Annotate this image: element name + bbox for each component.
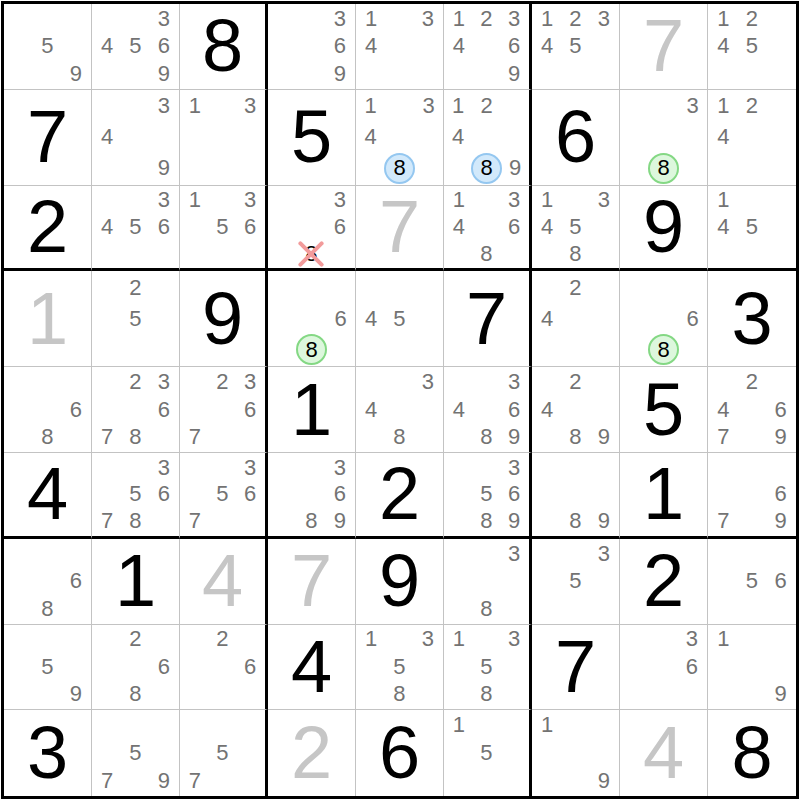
empty-candidate-slot <box>93 272 121 303</box>
candidate-5: 5 <box>473 653 501 681</box>
cell-r8c5[interactable]: 1358 <box>356 625 444 711</box>
cell-r2c9[interactable]: 124 <box>708 90 796 186</box>
cell-r9c8[interactable]: 4 <box>620 710 708 796</box>
candidate-grid: 3689 <box>268 453 355 536</box>
cell-r3c1[interactable]: 2 <box>4 186 92 272</box>
empty-candidate-slot <box>62 626 90 654</box>
candidate-1: 1 <box>445 5 473 33</box>
cell-r6c8[interactable]: 1 <box>620 453 708 539</box>
empty-candidate-slot <box>414 303 442 334</box>
cell-r2c7[interactable]: 6 <box>532 90 620 186</box>
empty-candidate-slot <box>385 272 413 303</box>
empty-candidate-slot <box>738 241 767 268</box>
cell-r4c1[interactable]: 1 <box>4 271 92 367</box>
cell-r7c3[interactable]: 4 <box>180 539 268 625</box>
empty-candidate-slot <box>5 396 33 424</box>
empty-candidate-slot <box>121 122 149 153</box>
empty-candidate-slot <box>209 122 237 153</box>
cell-r3c3[interactable]: 1356 <box>180 186 268 272</box>
empty-candidate-slot <box>445 540 473 568</box>
cell-r2c5[interactable]: 1348 <box>356 90 444 186</box>
empty-candidate-slot <box>415 122 442 153</box>
candidate-3: 3 <box>500 5 528 33</box>
empty-candidate-slot <box>473 214 501 241</box>
empty-candidate-slot <box>5 595 33 623</box>
candidate-9: 9 <box>326 508 354 535</box>
candidate-3: 3 <box>590 187 618 214</box>
empty-candidate-slot <box>93 739 121 767</box>
empty-candidate-slot <box>445 424 473 452</box>
empty-candidate-slot <box>236 153 264 184</box>
cell-r5c5[interactable]: 348 <box>356 367 444 453</box>
empty-candidate-slot <box>269 272 296 303</box>
cell-r4c9[interactable]: 3 <box>708 271 796 367</box>
candidate-3: 3 <box>326 187 354 214</box>
empty-candidate-slot <box>93 91 121 122</box>
candidate-5: 5 <box>121 739 149 767</box>
cell-r5c2[interactable]: 23678 <box>92 367 180 453</box>
candidate-3: 3 <box>678 626 706 654</box>
cell-r4c7[interactable]: 24 <box>532 271 620 367</box>
cell-r8c9[interactable]: 19 <box>708 625 796 711</box>
empty-candidate-slot <box>533 508 561 535</box>
empty-candidate-slot <box>209 711 237 739</box>
empty-candidate-slot <box>561 767 589 795</box>
empty-candidate-slot <box>357 424 385 452</box>
candidate-8: 8 <box>121 508 149 535</box>
solved-digit: 5 <box>643 373 684 447</box>
candidate-8: 8 <box>561 424 589 452</box>
candidate-8: 8 <box>561 241 589 268</box>
empty-candidate-slot <box>709 681 738 709</box>
empty-candidate-slot <box>445 481 473 508</box>
empty-candidate-slot <box>269 33 297 61</box>
cell-r9c7[interactable]: 19 <box>532 710 620 796</box>
candidate-8: 8 <box>121 681 149 709</box>
candidate-6: 6 <box>236 214 264 241</box>
candidate-3: 3 <box>150 187 178 214</box>
empty-candidate-slot <box>500 567 528 595</box>
empty-candidate-slot <box>590 214 618 241</box>
solved-digit-gray: 1 <box>27 282 68 356</box>
candidate-3: 3 <box>414 5 442 33</box>
cell-r9c2[interactable]: 579 <box>92 710 180 796</box>
empty-candidate-slot <box>181 653 209 681</box>
cell-r7c6[interactable]: 38 <box>444 539 532 625</box>
empty-candidate-slot <box>590 454 618 481</box>
empty-candidate-slot <box>471 122 502 153</box>
candidate-grid: 12489 <box>444 90 529 185</box>
empty-candidate-slot <box>357 681 385 709</box>
candidate-1: 1 <box>709 5 738 33</box>
empty-candidate-slot <box>766 454 795 481</box>
cell-r5c1[interactable]: 68 <box>4 367 92 453</box>
empty-candidate-slot <box>561 540 589 568</box>
empty-candidate-slot <box>561 454 589 481</box>
cell-r8c8[interactable]: 36 <box>620 625 708 711</box>
candidate-3: 3 <box>150 368 178 396</box>
cell-r4c3[interactable]: 9 <box>180 271 268 367</box>
empty-candidate-slot <box>5 5 33 33</box>
cell-r2c4[interactable]: 5 <box>268 90 356 186</box>
candidate-grid: 24679 <box>708 367 796 452</box>
empty-candidate-slot <box>533 739 561 767</box>
empty-candidate-slot <box>236 626 264 654</box>
solved-digit: 2 <box>379 457 420 531</box>
empty-candidate-slot <box>269 303 296 334</box>
empty-candidate-slot <box>121 767 149 795</box>
empty-candidate-slot <box>121 454 149 481</box>
solved-digit: 3 <box>731 282 772 356</box>
candidate-9: 9 <box>150 767 178 795</box>
solved-digit: 4 <box>27 457 68 531</box>
cell-r4c6[interactable]: 7 <box>444 271 532 367</box>
empty-candidate-slot <box>533 272 561 303</box>
cell-r7c7[interactable]: 35 <box>532 539 620 625</box>
candidate-5: 5 <box>473 739 501 767</box>
empty-candidate-slot <box>473 33 501 61</box>
empty-candidate-slot <box>590 368 618 396</box>
empty-candidate-slot <box>709 567 738 595</box>
empty-candidate-slot <box>679 334 706 365</box>
cell-r8c3[interactable]: 26 <box>180 625 268 711</box>
cell-r5c8[interactable]: 5 <box>620 367 708 453</box>
solved-digit-gray: 4 <box>643 716 684 790</box>
candidate-grid: 23678 <box>92 367 179 452</box>
empty-candidate-slot <box>93 626 121 654</box>
empty-candidate-slot <box>445 653 473 681</box>
empty-candidate-slot <box>561 481 589 508</box>
candidate-7: 7 <box>93 767 121 795</box>
candidate-slot-8: 8 <box>471 153 502 184</box>
sudoku-board: 5934569836913412346912345712457349135134… <box>1 1 799 799</box>
candidate-8: 8 <box>473 424 501 452</box>
candidate-2: 2 <box>473 5 501 33</box>
candidate-2: 2 <box>209 368 237 396</box>
candidate-4: 4 <box>357 303 385 334</box>
empty-candidate-slot <box>5 33 33 61</box>
empty-candidate-slot <box>181 396 209 424</box>
candidate-3: 3 <box>500 187 528 214</box>
empty-candidate-slot <box>738 508 767 535</box>
candidate-grid: 134 <box>356 4 443 89</box>
empty-candidate-slot <box>445 681 473 709</box>
empty-candidate-slot <box>590 567 618 595</box>
candidate-4: 4 <box>709 33 738 61</box>
cell-r9c1[interactable]: 3 <box>4 710 92 796</box>
cell-r1c5[interactable]: 134 <box>356 4 444 90</box>
cell-r8c6[interactable]: 1358 <box>444 625 532 711</box>
cell-r5c9[interactable]: 24679 <box>708 367 796 453</box>
cell-r3c2[interactable]: 3456 <box>92 186 180 272</box>
empty-candidate-slot <box>209 454 237 481</box>
empty-candidate-slot <box>445 60 473 88</box>
empty-candidate-slot <box>678 681 706 709</box>
candidate-1: 1 <box>445 711 473 739</box>
empty-candidate-slot <box>209 241 237 268</box>
candidate-1: 1 <box>357 91 384 122</box>
candidate-grid: 19 <box>532 710 619 796</box>
cell-r5c7[interactable]: 2489 <box>532 367 620 453</box>
empty-candidate-slot <box>181 481 209 508</box>
empty-candidate-slot <box>649 626 677 654</box>
candidate-8: 8 <box>473 508 501 535</box>
empty-candidate-slot <box>269 241 297 268</box>
solved-digit: 3 <box>27 716 68 790</box>
empty-candidate-slot <box>590 481 618 508</box>
empty-candidate-slot <box>62 5 90 33</box>
empty-candidate-slot <box>533 60 561 88</box>
cell-r6c4[interactable]: 3689 <box>268 453 356 539</box>
empty-candidate-slot <box>500 739 528 767</box>
cell-r1c1[interactable]: 59 <box>4 4 92 90</box>
empty-candidate-slot <box>766 153 795 184</box>
cell-r2c3[interactable]: 13 <box>180 90 268 186</box>
cell-r3c6[interactable]: 13468 <box>444 186 532 272</box>
empty-candidate-slot <box>236 739 264 767</box>
candidate-grid: 368 <box>268 186 355 269</box>
cell-r9c3[interactable]: 57 <box>180 710 268 796</box>
cell-r1c2[interactable]: 34569 <box>92 4 180 90</box>
empty-candidate-slot <box>269 334 296 365</box>
candidate-8: 8 <box>121 424 149 452</box>
empty-candidate-slot <box>93 303 121 334</box>
empty-candidate-slot <box>414 653 442 681</box>
empty-candidate-slot <box>500 681 528 709</box>
cell-r3c7[interactable]: 13458 <box>532 186 620 272</box>
empty-candidate-slot <box>297 454 325 481</box>
empty-candidate-slot <box>590 711 618 739</box>
empty-candidate-slot <box>648 272 679 303</box>
empty-candidate-slot <box>33 60 61 88</box>
cell-r7c2[interactable]: 1 <box>92 539 180 625</box>
candidate-grid: 124 <box>708 90 796 185</box>
candidate-grid: 34689 <box>444 367 529 452</box>
cell-r8c2[interactable]: 268 <box>92 625 180 711</box>
candidate-8-circle-green: 8 <box>648 334 679 365</box>
cell-r6c3[interactable]: 3567 <box>180 453 268 539</box>
empty-candidate-slot <box>590 595 618 623</box>
empty-candidate-slot <box>445 739 473 767</box>
candidate-1: 1 <box>533 5 561 33</box>
cell-r6c5[interactable]: 2 <box>356 453 444 539</box>
candidate-4: 4 <box>709 396 738 424</box>
candidate-6: 6 <box>678 653 706 681</box>
cell-r4c8[interactable]: 68 <box>620 271 708 367</box>
cell-r7c9[interactable]: 56 <box>708 539 796 625</box>
candidate-9: 9 <box>502 153 528 184</box>
cell-r9c6[interactable]: 15 <box>444 710 532 796</box>
empty-candidate-slot <box>709 368 738 396</box>
cell-r9c9[interactable]: 8 <box>708 710 796 796</box>
candidate-7: 7 <box>93 424 121 452</box>
candidate-3: 3 <box>326 5 354 33</box>
empty-candidate-slot <box>561 334 589 365</box>
candidate-3: 3 <box>236 454 264 481</box>
candidate-4: 4 <box>357 33 385 61</box>
candidate-6: 6 <box>150 214 178 241</box>
candidate-grid: 38 <box>620 90 707 185</box>
empty-candidate-slot <box>62 540 90 568</box>
candidate-grid: 123469 <box>444 4 529 89</box>
candidate-7: 7 <box>181 767 209 795</box>
empty-candidate-slot <box>150 122 178 153</box>
empty-candidate-slot <box>679 122 706 153</box>
candidate-8: 8 <box>385 424 413 452</box>
empty-candidate-slot <box>533 334 561 365</box>
cell-r7c1[interactable]: 68 <box>4 539 92 625</box>
cell-r1c3[interactable]: 8 <box>180 4 268 90</box>
solved-digit: 9 <box>379 544 420 618</box>
candidate-grid: 26 <box>180 625 265 710</box>
cell-r9c5[interactable]: 6 <box>356 710 444 796</box>
candidate-9: 9 <box>62 60 90 88</box>
empty-candidate-slot <box>236 767 264 795</box>
candidate-grid: 3567 <box>180 453 265 536</box>
empty-candidate-slot <box>533 454 561 481</box>
cell-r3c8[interactable]: 9 <box>620 186 708 272</box>
empty-candidate-slot <box>473 540 501 568</box>
cell-r3c4[interactable]: 368 <box>268 186 356 272</box>
empty-candidate-slot <box>33 540 61 568</box>
empty-candidate-slot <box>679 272 706 303</box>
cell-r2c2[interactable]: 349 <box>92 90 180 186</box>
candidate-grid: 349 <box>92 90 179 185</box>
empty-candidate-slot <box>766 122 795 153</box>
cell-r7c5[interactable]: 9 <box>356 539 444 625</box>
candidate-grid: 59 <box>4 4 91 89</box>
cell-r4c5[interactable]: 45 <box>356 271 444 367</box>
candidate-grid: 369 <box>268 4 355 89</box>
candidate-9: 9 <box>500 424 528 452</box>
empty-candidate-slot <box>209 653 237 681</box>
candidate-4: 4 <box>533 303 561 334</box>
empty-candidate-slot <box>473 626 501 654</box>
cell-r9c4[interactable]: 2 <box>268 710 356 796</box>
cell-r1c9[interactable]: 1245 <box>708 4 796 90</box>
solved-digit-gray: 2 <box>291 716 332 790</box>
cell-r6c9[interactable]: 679 <box>708 453 796 539</box>
candidate-2: 2 <box>121 626 149 654</box>
empty-candidate-slot <box>445 767 473 795</box>
empty-candidate-slot <box>648 122 679 153</box>
cell-r2c1[interactable]: 7 <box>4 90 92 186</box>
empty-candidate-slot <box>766 595 795 623</box>
candidate-4: 4 <box>533 214 561 241</box>
candidate-4: 4 <box>533 33 561 61</box>
candidate-7: 7 <box>709 424 738 452</box>
empty-candidate-slot <box>533 481 561 508</box>
empty-candidate-slot <box>648 303 679 334</box>
cell-r4c2[interactable]: 25 <box>92 271 180 367</box>
empty-candidate-slot <box>738 153 767 184</box>
empty-candidate-slot <box>709 481 738 508</box>
empty-candidate-slot <box>209 396 237 424</box>
empty-candidate-slot <box>269 508 297 535</box>
cell-r3c5[interactable]: 7 <box>356 186 444 272</box>
candidate-grid: 36 <box>620 625 707 710</box>
cell-r6c1[interactable]: 4 <box>4 453 92 539</box>
empty-candidate-slot <box>269 60 297 88</box>
cell-r2c6[interactable]: 12489 <box>444 90 532 186</box>
cell-r1c4[interactable]: 369 <box>268 4 356 90</box>
cell-r3c9[interactable]: 145 <box>708 186 796 272</box>
cell-r5c4[interactable]: 1 <box>268 367 356 453</box>
empty-candidate-slot <box>766 241 795 268</box>
solved-digit: 7 <box>466 282 507 356</box>
empty-candidate-slot <box>93 368 121 396</box>
empty-candidate-slot <box>385 334 413 365</box>
empty-candidate-slot <box>150 739 178 767</box>
cell-r1c7[interactable]: 12345 <box>532 4 620 90</box>
empty-candidate-slot <box>121 60 149 88</box>
empty-candidate-slot <box>500 711 528 739</box>
empty-candidate-slot <box>533 567 561 595</box>
cell-r5c3[interactable]: 2367 <box>180 367 268 453</box>
candidate-1: 1 <box>445 187 473 214</box>
empty-candidate-slot <box>93 153 121 184</box>
candidate-grid: 13 <box>180 90 265 185</box>
empty-candidate-slot <box>62 368 90 396</box>
candidate-3: 3 <box>500 454 528 481</box>
empty-candidate-slot <box>561 396 589 424</box>
empty-candidate-slot <box>621 303 648 334</box>
cell-r2c8[interactable]: 38 <box>620 90 708 186</box>
candidate-grid: 579 <box>92 710 179 796</box>
cell-r7c8[interactable]: 2 <box>620 539 708 625</box>
candidate-6: 6 <box>500 214 528 241</box>
cell-r6c7[interactable]: 89 <box>532 453 620 539</box>
cell-r8c4[interactable]: 4 <box>268 625 356 711</box>
candidate-9: 9 <box>590 767 618 795</box>
candidate-5: 5 <box>738 33 767 61</box>
cell-r1c6[interactable]: 123469 <box>444 4 532 90</box>
candidate-1: 1 <box>533 187 561 214</box>
empty-candidate-slot <box>766 368 795 396</box>
candidate-grid: 89 <box>532 453 619 536</box>
empty-candidate-slot <box>709 153 738 184</box>
empty-candidate-slot <box>445 241 473 268</box>
candidate-3: 3 <box>150 91 178 122</box>
empty-candidate-slot <box>738 626 767 654</box>
empty-candidate-slot <box>33 368 61 396</box>
candidate-6: 6 <box>766 567 795 595</box>
empty-candidate-slot <box>709 653 738 681</box>
empty-candidate-slot <box>357 334 385 365</box>
empty-candidate-slot <box>236 122 264 153</box>
candidate-2: 2 <box>738 368 767 396</box>
cell-r6c6[interactable]: 35689 <box>444 453 532 539</box>
cell-r8c1[interactable]: 59 <box>4 625 92 711</box>
candidate-2: 2 <box>561 5 589 33</box>
empty-candidate-slot <box>5 540 33 568</box>
candidate-grid: 68 <box>4 539 91 624</box>
cell-r5c6[interactable]: 34689 <box>444 367 532 453</box>
empty-candidate-slot <box>500 653 528 681</box>
candidate-grid: 25 <box>92 271 179 366</box>
cell-r8c7[interactable]: 7 <box>532 625 620 711</box>
empty-candidate-slot <box>209 767 237 795</box>
candidate-grid: 1348 <box>356 90 443 185</box>
candidate-9: 9 <box>500 508 528 535</box>
cell-r7c4[interactable]: 7 <box>268 539 356 625</box>
cell-r6c2[interactable]: 35678 <box>92 453 180 539</box>
empty-candidate-slot <box>93 187 121 214</box>
cell-r1c8[interactable]: 7 <box>620 4 708 90</box>
candidate-4: 4 <box>709 214 738 241</box>
candidate-5: 5 <box>121 303 149 334</box>
cell-r4c4[interactable]: 68 <box>268 271 356 367</box>
